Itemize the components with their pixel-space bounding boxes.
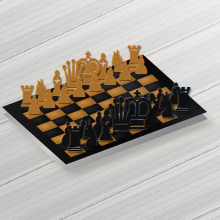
chess-set-photo: ♜♞♝♛♚♝♞♜♟♟♟♟♟♟♟♟♟♟♟♟♟♟♟♟♜♞♝♛♚♝♞♜ bbox=[0, 0, 220, 220]
